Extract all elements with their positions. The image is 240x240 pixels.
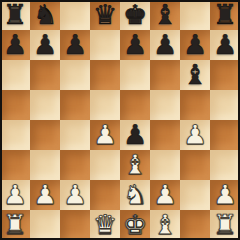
square-c7[interactable]: ♟ — [60, 30, 90, 60]
piece-black-pawn[interactable]: ♟ — [153, 30, 177, 60]
square-d8[interactable]: ♛ — [90, 0, 120, 30]
piece-white-knight[interactable]: ♞ — [123, 180, 147, 210]
square-b6[interactable] — [30, 60, 60, 90]
piece-white-bishop[interactable]: ♝ — [153, 210, 177, 240]
square-c5[interactable] — [60, 90, 90, 120]
square-c6[interactable] — [60, 60, 90, 90]
square-c4[interactable] — [60, 120, 90, 150]
square-b3[interactable] — [30, 150, 60, 180]
square-b1[interactable] — [30, 210, 60, 240]
square-h3[interactable] — [210, 150, 240, 180]
square-b7[interactable]: ♟ — [30, 30, 60, 60]
piece-black-king[interactable]: ♚ — [123, 0, 147, 30]
piece-black-pawn[interactable]: ♟ — [33, 30, 57, 60]
piece-black-pawn[interactable]: ♟ — [213, 30, 237, 60]
piece-white-bishop[interactable]: ♝ — [123, 150, 147, 180]
piece-black-queen[interactable]: ♛ — [93, 0, 117, 30]
square-b2[interactable]: ♟ — [30, 180, 60, 210]
square-d5[interactable] — [90, 90, 120, 120]
piece-black-bishop[interactable]: ♝ — [183, 60, 207, 90]
square-h7[interactable]: ♟ — [210, 30, 240, 60]
square-d1[interactable]: ♛ — [90, 210, 120, 240]
piece-black-knight[interactable]: ♞ — [33, 0, 57, 30]
square-f1[interactable]: ♝ — [150, 210, 180, 240]
square-d3[interactable] — [90, 150, 120, 180]
square-g4[interactable]: ♟ — [180, 120, 210, 150]
square-c3[interactable] — [60, 150, 90, 180]
square-b5[interactable] — [30, 90, 60, 120]
square-d4[interactable]: ♟ — [90, 120, 120, 150]
square-g8[interactable] — [180, 0, 210, 30]
piece-black-rook[interactable]: ♜ — [3, 0, 27, 30]
square-h5[interactable] — [210, 90, 240, 120]
square-c8[interactable] — [60, 0, 90, 30]
square-e8[interactable]: ♚ — [120, 0, 150, 30]
piece-white-queen[interactable]: ♛ — [93, 210, 117, 240]
piece-black-pawn[interactable]: ♟ — [3, 30, 27, 60]
square-f4[interactable] — [150, 120, 180, 150]
piece-white-king[interactable]: ♚ — [123, 210, 147, 240]
piece-white-pawn[interactable]: ♟ — [153, 180, 177, 210]
square-b8[interactable]: ♞ — [30, 0, 60, 30]
square-a7[interactable]: ♟ — [0, 30, 30, 60]
piece-white-pawn[interactable]: ♟ — [3, 180, 27, 210]
square-d6[interactable] — [90, 60, 120, 90]
square-f3[interactable] — [150, 150, 180, 180]
piece-white-pawn[interactable]: ♟ — [63, 180, 87, 210]
piece-white-pawn[interactable]: ♟ — [213, 180, 237, 210]
square-h2[interactable]: ♟ — [210, 180, 240, 210]
square-f8[interactable]: ♝ — [150, 0, 180, 30]
piece-white-pawn[interactable]: ♟ — [93, 120, 117, 150]
square-f7[interactable]: ♟ — [150, 30, 180, 60]
square-e4[interactable]: ♟ — [120, 120, 150, 150]
piece-white-rook[interactable]: ♜ — [213, 210, 237, 240]
square-a6[interactable] — [0, 60, 30, 90]
square-c2[interactable]: ♟ — [60, 180, 90, 210]
square-h8[interactable]: ♜ — [210, 0, 240, 30]
piece-white-pawn[interactable]: ♟ — [33, 180, 57, 210]
square-f2[interactable]: ♟ — [150, 180, 180, 210]
square-g3[interactable] — [180, 150, 210, 180]
square-h6[interactable] — [210, 60, 240, 90]
piece-black-bishop[interactable]: ♝ — [153, 0, 177, 30]
chess-board: ♜♞♛♚♝♜♟♟♟♟♟♟♟♝♟♟♟♝♟♟♟♞♟♟♜♛♚♝♜ — [0, 0, 240, 240]
square-g5[interactable] — [180, 90, 210, 120]
square-e2[interactable]: ♞ — [120, 180, 150, 210]
square-e7[interactable]: ♟ — [120, 30, 150, 60]
square-a8[interactable]: ♜ — [0, 0, 30, 30]
square-g7[interactable]: ♟ — [180, 30, 210, 60]
square-h1[interactable]: ♜ — [210, 210, 240, 240]
square-e6[interactable] — [120, 60, 150, 90]
square-g1[interactable] — [180, 210, 210, 240]
piece-white-pawn[interactable]: ♟ — [183, 120, 207, 150]
square-f6[interactable] — [150, 60, 180, 90]
square-a1[interactable]: ♜ — [0, 210, 30, 240]
square-b4[interactable] — [30, 120, 60, 150]
piece-black-rook[interactable]: ♜ — [213, 0, 237, 30]
piece-black-pawn[interactable]: ♟ — [123, 30, 147, 60]
square-g2[interactable] — [180, 180, 210, 210]
piece-black-pawn[interactable]: ♟ — [183, 30, 207, 60]
piece-white-rook[interactable]: ♜ — [3, 210, 27, 240]
square-e5[interactable] — [120, 90, 150, 120]
square-a5[interactable] — [0, 90, 30, 120]
piece-black-pawn[interactable]: ♟ — [63, 30, 87, 60]
square-f5[interactable] — [150, 90, 180, 120]
square-e3[interactable]: ♝ — [120, 150, 150, 180]
square-d7[interactable] — [90, 30, 120, 60]
square-d2[interactable] — [90, 180, 120, 210]
square-a3[interactable] — [0, 150, 30, 180]
piece-black-pawn[interactable]: ♟ — [123, 120, 147, 150]
square-h4[interactable] — [210, 120, 240, 150]
square-e1[interactable]: ♚ — [120, 210, 150, 240]
square-g6[interactable]: ♝ — [180, 60, 210, 90]
square-a2[interactable]: ♟ — [0, 180, 30, 210]
square-a4[interactable] — [0, 120, 30, 150]
square-c1[interactable] — [60, 210, 90, 240]
